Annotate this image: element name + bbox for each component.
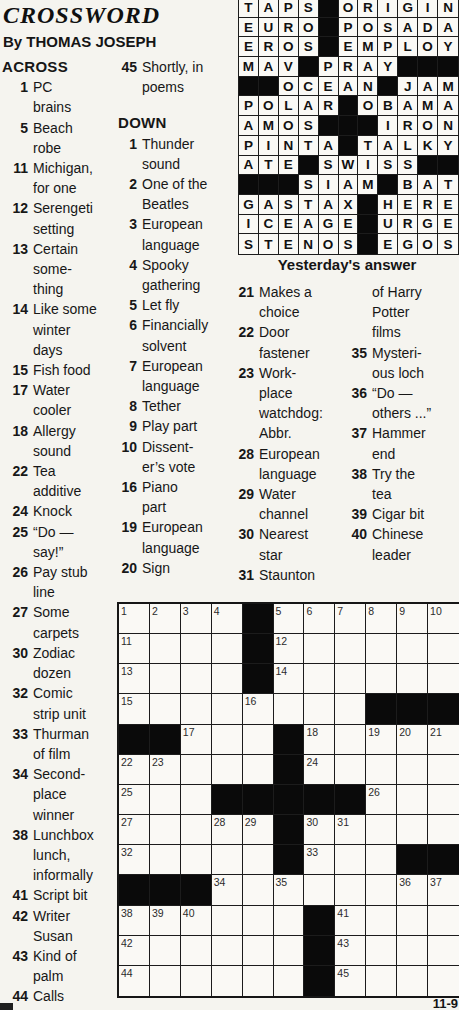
puzzle-cell[interactable]: 24 — [304, 755, 335, 785]
answer-letter-cell: M — [259, 116, 279, 136]
clue-36: 36“Do — others ...” — [344, 383, 459, 423]
puzzle-cell[interactable]: 44 — [119, 966, 150, 996]
clue-text: Like some winter days — [33, 301, 97, 357]
answer-letter-cell: T — [259, 156, 279, 176]
clue-31: 31Staunton — [232, 565, 344, 585]
puzzle-cell[interactable] — [335, 845, 366, 875]
clue-21: 21Makes a choice — [232, 282, 344, 322]
answer-block-cell — [339, 136, 359, 156]
answer-letter-cell: A — [239, 116, 259, 136]
answer-letter-cell: A — [438, 96, 458, 116]
answer-letter-cell: A — [259, 0, 279, 18]
clue-number: 22 — [232, 322, 254, 342]
clue-number: 3 — [108, 214, 137, 234]
clue-number: 10 — [108, 437, 137, 457]
cell-number: 29 — [245, 816, 257, 828]
puzzle-cell[interactable]: 34 — [212, 875, 243, 905]
puzzle-cell[interactable] — [212, 966, 243, 996]
puzzle-cell[interactable] — [366, 755, 397, 785]
answer-letter-cell: E — [438, 195, 458, 215]
answer-letter-cell: S — [438, 234, 458, 254]
puzzle-cell[interactable] — [212, 845, 243, 875]
puzzle-cell[interactable] — [335, 755, 366, 785]
answer-letter-cell: O — [319, 234, 339, 254]
cell-number: 28 — [214, 816, 226, 828]
puzzle-cell[interactable] — [397, 815, 428, 845]
answer-letter-cell: A — [299, 215, 319, 235]
puzzle-cell[interactable]: 30 — [304, 815, 335, 845]
cell-number: 45 — [337, 967, 349, 979]
puzzle-cell[interactable] — [274, 906, 305, 936]
clue-5: 5Let fly — [108, 295, 232, 315]
puzzle-cell[interactable]: 38 — [119, 906, 150, 936]
puzzle-cell[interactable] — [181, 936, 212, 966]
answer-letter-cell: V — [279, 57, 299, 77]
puzzle-cell[interactable]: 43 — [335, 936, 366, 966]
puzzle-cell[interactable]: 11 — [119, 634, 150, 664]
clue-39: 39Cigar bit — [344, 504, 459, 524]
puzzle-cell[interactable] — [304, 694, 335, 724]
puzzle-cell[interactable] — [150, 664, 181, 694]
puzzle-cell[interactable] — [366, 966, 397, 996]
answer-letter-cell: A — [398, 18, 418, 38]
puzzle-cell[interactable] — [397, 966, 428, 996]
puzzle-cell[interactable]: 2 — [150, 604, 181, 634]
puzzle-cell[interactable] — [335, 875, 366, 905]
clue-number: 5 — [2, 118, 28, 138]
puzzle-cell[interactable]: 29 — [243, 815, 274, 845]
puzzle-cell[interactable] — [428, 634, 459, 664]
clue-43: 43Kind of palm — [2, 946, 108, 986]
answer-letter-cell: S — [339, 234, 359, 254]
puzzle-cell[interactable] — [212, 906, 243, 936]
answer-letter-cell: S — [299, 37, 319, 57]
puzzle-cell[interactable]: 3 — [181, 604, 212, 634]
answer-block-cell — [299, 57, 319, 77]
puzzle-cell[interactable] — [243, 966, 274, 996]
clue-8: 8Tether — [108, 396, 232, 416]
yesterday-answer-grid: TAPSORIGINEUROPOSADAEROSEMPLOYMAVPRAYOCE… — [238, 0, 459, 255]
clue-number: 18 — [2, 421, 28, 441]
answer-letter-cell: G — [418, 215, 438, 235]
clue-number: 35 — [344, 343, 367, 363]
clue-number: 45 — [108, 57, 137, 77]
puzzle-cell[interactable] — [150, 845, 181, 875]
puzzle-cell[interactable] — [243, 845, 274, 875]
puzzle-cell[interactable] — [304, 634, 335, 664]
clue-28: 28European language — [232, 444, 344, 484]
puzzle-cell[interactable] — [243, 906, 274, 936]
puzzle-cell[interactable] — [243, 875, 274, 905]
clue-number: 1 — [108, 134, 137, 154]
clue-number: 12 — [2, 198, 28, 218]
puzzle-cell[interactable]: 20 — [397, 725, 428, 755]
answer-block-cell — [259, 77, 279, 97]
puzzle-cell[interactable]: 5 — [274, 604, 305, 634]
clue-text: Cigar bit — [372, 506, 424, 522]
clue-text: Serengeti setting — [33, 200, 93, 236]
puzzle-cell[interactable] — [212, 936, 243, 966]
clue-18: 18Allergy sound — [2, 421, 108, 461]
puzzle-cell[interactable] — [335, 634, 366, 664]
puzzle-cell[interactable] — [335, 694, 366, 724]
clue-15: 15Fish food — [2, 360, 108, 380]
cell-number: 11 — [121, 635, 132, 647]
clue-text: “Do — say!” — [33, 524, 73, 560]
puzzle-block-cell — [274, 755, 305, 785]
clue-42: 42Writer Susan — [2, 906, 108, 946]
clue-24: 24Knock — [2, 501, 108, 521]
answer-letter-cell: R — [358, 0, 378, 18]
puzzle-cell[interactable] — [181, 845, 212, 875]
puzzle-cell[interactable] — [181, 755, 212, 785]
puzzle-cell[interactable] — [304, 875, 335, 905]
puzzle-cell[interactable] — [366, 875, 397, 905]
answer-letter-cell: H — [378, 195, 398, 215]
answer-letter-cell: N — [358, 77, 378, 97]
answer-letter-cell: A — [339, 175, 359, 195]
puzzle-cell[interactable] — [397, 634, 428, 664]
clue-text: Water channel — [259, 486, 308, 522]
answer-letter-cell: E — [398, 195, 418, 215]
clue-number: 42 — [2, 906, 28, 926]
clue-text: of Harry Potter films — [372, 284, 422, 340]
answer-letter-cell: A — [438, 18, 458, 38]
clue-text: Hammer end — [372, 425, 426, 461]
puzzle-cell[interactable] — [366, 634, 397, 664]
puzzle-cell[interactable] — [150, 634, 181, 664]
puzzle-cell[interactable]: 35 — [274, 875, 305, 905]
clue-number: 23 — [232, 363, 254, 383]
answer-block-cell — [378, 77, 398, 97]
cell-number: 15 — [121, 695, 133, 707]
puzzle-cell[interactable] — [150, 966, 181, 996]
puzzle-cell[interactable]: 25 — [119, 785, 150, 815]
puzzle-cell[interactable] — [335, 725, 366, 755]
answer-letter-cell: P — [279, 0, 299, 18]
clue-number: 39 — [344, 504, 367, 524]
puzzle-cell[interactable] — [150, 694, 181, 724]
answer-letter-cell: R — [398, 215, 418, 235]
clue-text: Financially solvent — [142, 317, 208, 353]
clue-column-across-down: 45Shortly, in poemsDOWN1Thunder sound2On… — [108, 57, 232, 578]
puzzle-cell[interactable] — [150, 815, 181, 845]
clue-number: 17 — [2, 380, 28, 400]
cell-number: 37 — [430, 876, 442, 888]
clue-text: Staunton — [259, 567, 315, 583]
puzzle-cell[interactable]: 33 — [304, 845, 335, 875]
answer-letter-cell: T — [299, 136, 319, 156]
puzzle-block-cell — [366, 694, 397, 724]
clue-text: Some carpets — [33, 604, 79, 640]
clue-number: 16 — [108, 477, 137, 497]
clue-number: 1 — [2, 77, 28, 97]
puzzle-cell[interactable] — [304, 664, 335, 694]
puzzle-cell[interactable]: 14 — [274, 664, 305, 694]
puzzle-block-cell — [274, 785, 305, 815]
puzzle-cell[interactable] — [397, 785, 428, 815]
clue-number: 33 — [2, 724, 28, 744]
puzzle-cell[interactable] — [212, 755, 243, 785]
answer-letter-cell: L — [398, 136, 418, 156]
puzzle-cell[interactable] — [366, 664, 397, 694]
answer-letter-cell: E — [378, 234, 398, 254]
answer-letter-cell: R — [259, 37, 279, 57]
clue-number: 22 — [2, 461, 28, 481]
puzzle-block-cell — [181, 875, 212, 905]
clue-10: 10Dissent- er’s vote — [108, 437, 232, 477]
puzzle-cell[interactable]: 16 — [243, 694, 274, 724]
answer-letter-cell: E — [339, 215, 359, 235]
puzzle-cell[interactable] — [428, 755, 459, 785]
puzzle-cell[interactable] — [212, 725, 243, 755]
puzzle-cell[interactable] — [150, 785, 181, 815]
puzzle-cell[interactable]: 41 — [335, 906, 366, 936]
clue-number: 40 — [344, 524, 367, 544]
puzzle-cell[interactable] — [428, 936, 459, 966]
puzzle-cell[interactable] — [212, 694, 243, 724]
answer-letter-cell: T — [438, 175, 458, 195]
puzzle-cell[interactable] — [181, 634, 212, 664]
clue-text: Spooky gathering — [142, 257, 200, 293]
puzzle-cell[interactable]: 18 — [304, 725, 335, 755]
cell-number: 36 — [399, 876, 411, 888]
puzzle-cell[interactable]: 37 — [428, 875, 459, 905]
cell-number: 9 — [399, 605, 405, 617]
answer-letter-cell: R — [339, 57, 359, 77]
clue-1: 1PC brains — [2, 77, 108, 117]
clue-text: Door fastener — [259, 324, 310, 360]
puzzle-cell[interactable]: 10 — [428, 604, 459, 634]
answer-block-cell — [418, 156, 438, 176]
puzzle-cell[interactable] — [397, 906, 428, 936]
puzzle-block-cell — [243, 634, 274, 664]
puzzle-cell[interactable]: 39 — [150, 906, 181, 936]
clue-29: 29Water channel — [232, 484, 344, 524]
clue-13: 13Certain some- thing — [2, 239, 108, 300]
clue-16: 16Piano part — [108, 477, 232, 517]
clue-text: Work- place watchdog: Abbr. — [259, 365, 323, 442]
clue-37: 37Hammer end — [344, 423, 459, 463]
puzzle-cell[interactable]: 32 — [119, 845, 150, 875]
clue-40: 40Chinese leader — [344, 524, 459, 564]
answer-letter-cell: E — [339, 37, 359, 57]
answer-block-cell — [378, 175, 398, 195]
answer-letter-cell: S — [299, 116, 319, 136]
clue-11: 11Michigan, for one — [2, 158, 108, 198]
puzzle-block-cell — [428, 694, 459, 724]
puzzle-cell[interactable]: 15 — [119, 694, 150, 724]
puzzle-cell[interactable] — [181, 694, 212, 724]
puzzle-cell[interactable] — [397, 755, 428, 785]
byline: By THOMAS JOSEPH — [3, 33, 156, 50]
puzzle-cell[interactable]: 40 — [181, 906, 212, 936]
puzzle-cell[interactable]: 31 — [335, 815, 366, 845]
answer-letter-cell: O — [279, 37, 299, 57]
clue-number: 26 — [2, 562, 28, 582]
clue-5: 5Beach robe — [2, 118, 108, 158]
puzzle-cell[interactable] — [212, 664, 243, 694]
puzzle-cell[interactable] — [366, 845, 397, 875]
puzzle-cell[interactable] — [428, 664, 459, 694]
clue-text: Tea additive — [33, 463, 81, 499]
answer-block-cell — [358, 116, 378, 136]
puzzle-cell[interactable] — [243, 936, 274, 966]
puzzle-cell[interactable] — [181, 785, 212, 815]
puzzle-cell[interactable]: 28 — [212, 815, 243, 845]
puzzle-cell[interactable]: 19 — [366, 725, 397, 755]
puzzle-cell[interactable]: 12 — [274, 634, 305, 664]
cell-number: 2 — [152, 605, 158, 617]
answer-block-cell — [398, 57, 418, 77]
clue-text: Knock — [33, 503, 72, 519]
puzzle-date-code: 11-9 — [117, 996, 458, 1010]
puzzle-cell[interactable] — [366, 906, 397, 936]
puzzle-cell[interactable] — [212, 634, 243, 664]
puzzle-cell[interactable]: 26 — [366, 785, 397, 815]
puzzle-cell[interactable] — [428, 815, 459, 845]
puzzle-cell[interactable] — [366, 815, 397, 845]
puzzle-cell[interactable] — [181, 966, 212, 996]
answer-letter-cell: S — [378, 156, 398, 176]
answer-letter-cell: T — [239, 0, 259, 18]
puzzle-cell[interactable]: 13 — [119, 664, 150, 694]
answer-letter-cell: M — [438, 77, 458, 97]
puzzle-cell[interactable]: 4 — [212, 604, 243, 634]
puzzle-cell[interactable] — [243, 755, 274, 785]
puzzle-cell[interactable] — [150, 936, 181, 966]
answer-letter-cell: J — [398, 77, 418, 97]
puzzle-cell[interactable] — [397, 936, 428, 966]
cell-number: 16 — [245, 695, 257, 707]
answer-letter-cell: R — [418, 195, 438, 215]
clue-number: 2 — [108, 174, 137, 194]
puzzle-block-cell — [119, 875, 150, 905]
puzzle-cell[interactable]: 23 — [150, 755, 181, 785]
puzzle-cell[interactable]: 8 — [366, 604, 397, 634]
clue-23: 23Work- place watchdog: Abbr. — [232, 363, 344, 444]
answer-letter-cell: R — [398, 116, 418, 136]
answer-letter-cell: B — [398, 175, 418, 195]
answer-letter-cell: A — [339, 77, 359, 97]
clue-number: 20 — [108, 558, 137, 578]
puzzle-cell[interactable]: 7 — [335, 604, 366, 634]
clue-text: Michigan, for one — [33, 160, 93, 196]
puzzle-cell[interactable] — [181, 664, 212, 694]
puzzle-block-cell — [119, 725, 150, 755]
clue-22: 22Tea additive — [2, 461, 108, 501]
answer-letter-cell: T — [259, 234, 279, 254]
puzzle-block-cell — [397, 694, 428, 724]
clue-text: European language — [259, 446, 320, 482]
puzzle-block-cell — [274, 845, 305, 875]
clue-17: 17Water cooler — [2, 380, 108, 420]
puzzle-block-cell — [274, 815, 305, 845]
puzzle-block-cell — [243, 604, 274, 634]
puzzle-cell[interactable] — [366, 936, 397, 966]
puzzle-cell[interactable] — [428, 966, 459, 996]
puzzle-cell[interactable]: 21 — [428, 725, 459, 755]
clue-number: 15 — [2, 360, 28, 380]
puzzle-cell[interactable] — [274, 966, 305, 996]
answer-block-cell — [339, 116, 359, 136]
clue-38: 38Lunchbox lunch, informally — [2, 825, 108, 886]
puzzle-cell[interactable] — [181, 815, 212, 845]
answer-block-cell — [319, 0, 339, 18]
cell-number: 1 — [121, 605, 127, 617]
answer-letter-cell: I — [378, 0, 398, 18]
clue-text: Second- place winner — [33, 766, 85, 822]
puzzle-cell[interactable]: 9 — [397, 604, 428, 634]
puzzle-cell[interactable] — [335, 664, 366, 694]
answer-letter-cell: P — [339, 18, 359, 38]
puzzle-cell[interactable]: 22 — [119, 755, 150, 785]
puzzle-cell[interactable] — [243, 725, 274, 755]
newspaper-crossword-page: CROSSWORD By THOMAS JOSEPH ACROSS1PC bra… — [0, 0, 459, 1010]
puzzle-cell[interactable] — [274, 694, 305, 724]
clue-number: 4 — [108, 255, 137, 275]
puzzle-cell[interactable]: 1 — [119, 604, 150, 634]
puzzle-cell[interactable]: 6 — [304, 604, 335, 634]
clue-text: Play part — [142, 418, 197, 434]
puzzle-cell[interactable]: 45 — [335, 966, 366, 996]
clue-text: Tether — [142, 398, 181, 414]
puzzle-cell[interactable] — [428, 906, 459, 936]
cell-number: 24 — [306, 756, 318, 768]
clue-9: 9Play part — [108, 416, 232, 436]
clue-7: 7European language — [108, 356, 232, 396]
clue-number: 24 — [2, 501, 28, 521]
answer-letter-cell: N — [279, 136, 299, 156]
clue-4: 4Spooky gathering — [108, 255, 232, 295]
answer-letter-cell: O — [358, 96, 378, 116]
cell-number: 17 — [183, 726, 195, 738]
puzzle-cell[interactable]: 17 — [181, 725, 212, 755]
cell-number: 30 — [306, 816, 318, 828]
answer-letter-cell: S — [378, 18, 398, 38]
puzzle-block-cell — [150, 725, 181, 755]
answer-letter-cell: U — [259, 18, 279, 38]
puzzle-cell[interactable] — [274, 936, 305, 966]
answer-letter-cell: Y — [438, 136, 458, 156]
answer-block-cell — [239, 175, 259, 195]
cell-number: 25 — [121, 786, 133, 798]
answer-letter-cell: S — [239, 234, 259, 254]
answer-letter-cell: A — [358, 57, 378, 77]
answer-letter-cell: I — [319, 175, 339, 195]
clue-text: Thunder sound — [142, 136, 194, 172]
puzzle-cell[interactable]: 27 — [119, 815, 150, 845]
cell-number: 21 — [430, 726, 442, 738]
clue-text: Let fly — [142, 297, 179, 313]
puzzle-cell[interactable] — [397, 664, 428, 694]
cell-number: 34 — [214, 876, 226, 888]
answer-letter-cell: O — [279, 116, 299, 136]
clue-44: 44Calls — [2, 986, 108, 1006]
answer-letter-cell: S — [299, 175, 319, 195]
puzzle-block-cell — [243, 664, 274, 694]
answer-letter-cell: P — [378, 37, 398, 57]
answer-letter-cell: C — [259, 215, 279, 235]
puzzle-cell[interactable]: 42 — [119, 936, 150, 966]
answer-letter-cell: E — [239, 37, 259, 57]
puzzle-cell[interactable]: 36 — [397, 875, 428, 905]
clue-text: European language — [142, 519, 203, 555]
puzzle-cell[interactable] — [428, 785, 459, 815]
answer-letter-cell: A — [259, 195, 279, 215]
answer-letter-cell: X — [339, 195, 359, 215]
clue-25: 25“Do — say!” — [2, 522, 108, 562]
